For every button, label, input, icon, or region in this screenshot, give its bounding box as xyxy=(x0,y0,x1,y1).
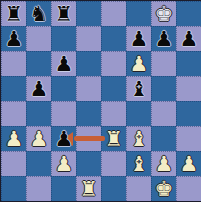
square-e4[interactable] xyxy=(101,101,126,126)
piece-white-pawn[interactable]: ♟ xyxy=(180,152,199,177)
square-h5[interactable] xyxy=(176,76,201,101)
square-d1[interactable]: ♜ xyxy=(76,176,101,201)
square-c3[interactable]: ♟ xyxy=(51,126,76,151)
piece-black-pawn[interactable]: ♟ xyxy=(130,27,149,52)
piece-black-pawn[interactable]: ♟ xyxy=(155,27,174,52)
square-b2[interactable] xyxy=(26,151,51,176)
square-e8[interactable] xyxy=(101,1,126,26)
square-f3[interactable]: ♝ xyxy=(126,126,151,151)
square-h4[interactable] xyxy=(176,101,201,126)
square-f5[interactable]: ♝ xyxy=(126,76,151,101)
square-d3[interactable] xyxy=(76,126,101,151)
square-b7[interactable] xyxy=(26,26,51,51)
square-e2[interactable] xyxy=(101,151,126,176)
piece-white-pawn[interactable]: ♟ xyxy=(130,52,149,77)
piece-white-pawn[interactable]: ♟ xyxy=(55,152,74,177)
square-a6[interactable] xyxy=(1,51,26,76)
square-f1[interactable] xyxy=(126,176,151,201)
square-h3[interactable] xyxy=(176,126,201,151)
square-b6[interactable] xyxy=(26,51,51,76)
square-a3[interactable]: ♟ xyxy=(1,126,26,151)
square-a7[interactable]: ♟ xyxy=(1,26,26,51)
square-g8[interactable]: ♚ xyxy=(151,1,176,26)
square-g2[interactable]: ♟ xyxy=(151,151,176,176)
square-h2[interactable]: ♟ xyxy=(176,151,201,176)
square-g6[interactable] xyxy=(151,51,176,76)
piece-white-pawn[interactable]: ♟ xyxy=(30,127,49,152)
square-c6[interactable]: ♟ xyxy=(51,51,76,76)
chess-app: ♜♞♜♚♟♟♟♟♟♟♟♝♟♟♟♜♝♟♝♟♟♜♚ xyxy=(0,0,201,201)
square-g4[interactable] xyxy=(151,101,176,126)
square-c5[interactable] xyxy=(51,76,76,101)
square-g3[interactable] xyxy=(151,126,176,151)
piece-black-rook[interactable]: ♜ xyxy=(55,2,74,27)
square-c7[interactable] xyxy=(51,26,76,51)
piece-white-bishop[interactable]: ♝ xyxy=(130,152,149,177)
piece-black-pawn[interactable]: ♟ xyxy=(30,77,49,102)
piece-white-pawn[interactable]: ♟ xyxy=(5,127,24,152)
square-b8[interactable]: ♞ xyxy=(26,1,51,26)
square-f4[interactable] xyxy=(126,101,151,126)
piece-black-pawn[interactable]: ♟ xyxy=(180,27,199,52)
square-a8[interactable]: ♜ xyxy=(1,1,26,26)
square-a5[interactable] xyxy=(1,76,26,101)
square-a4[interactable] xyxy=(1,101,26,126)
square-d7[interactable] xyxy=(76,26,101,51)
square-b1[interactable] xyxy=(26,176,51,201)
chess-board: ♜♞♜♚♟♟♟♟♟♟♟♝♟♟♟♜♝♟♝♟♟♜♚ xyxy=(0,0,201,201)
piece-white-bishop[interactable]: ♝ xyxy=(130,127,149,152)
square-b5[interactable]: ♟ xyxy=(26,76,51,101)
piece-black-bishop[interactable]: ♝ xyxy=(130,77,149,102)
piece-black-knight[interactable]: ♞ xyxy=(30,2,49,27)
square-f7[interactable]: ♟ xyxy=(126,26,151,51)
piece-black-rook[interactable]: ♜ xyxy=(5,2,24,27)
square-f8[interactable] xyxy=(126,1,151,26)
piece-white-king[interactable]: ♚ xyxy=(155,177,174,202)
piece-white-rook[interactable]: ♜ xyxy=(80,177,99,202)
piece-black-king[interactable]: ♚ xyxy=(155,2,174,27)
square-h1[interactable] xyxy=(176,176,201,201)
square-d4[interactable] xyxy=(76,101,101,126)
square-e1[interactable] xyxy=(101,176,126,201)
piece-white-rook[interactable]: ♜ xyxy=(105,127,124,152)
piece-black-pawn[interactable]: ♟ xyxy=(55,127,74,152)
square-h8[interactable] xyxy=(176,1,201,26)
square-b3[interactable]: ♟ xyxy=(26,126,51,151)
square-d2[interactable] xyxy=(76,151,101,176)
square-c4[interactable] xyxy=(51,101,76,126)
square-a1[interactable] xyxy=(1,176,26,201)
piece-white-pawn[interactable]: ♟ xyxy=(155,152,174,177)
square-e7[interactable] xyxy=(101,26,126,51)
square-d6[interactable] xyxy=(76,51,101,76)
square-e5[interactable] xyxy=(101,76,126,101)
square-g1[interactable]: ♚ xyxy=(151,176,176,201)
square-f2[interactable]: ♝ xyxy=(126,151,151,176)
square-g5[interactable] xyxy=(151,76,176,101)
square-e6[interactable] xyxy=(101,51,126,76)
square-e3[interactable]: ♜ xyxy=(101,126,126,151)
square-b4[interactable] xyxy=(26,101,51,126)
square-d5[interactable] xyxy=(76,76,101,101)
square-c1[interactable] xyxy=(51,176,76,201)
square-h6[interactable] xyxy=(176,51,201,76)
square-a2[interactable] xyxy=(1,151,26,176)
square-c8[interactable]: ♜ xyxy=(51,1,76,26)
piece-black-pawn[interactable]: ♟ xyxy=(5,27,24,52)
square-h7[interactable]: ♟ xyxy=(176,26,201,51)
square-g7[interactable]: ♟ xyxy=(151,26,176,51)
square-d8[interactable] xyxy=(76,1,101,26)
square-c2[interactable]: ♟ xyxy=(51,151,76,176)
square-f6[interactable]: ♟ xyxy=(126,51,151,76)
piece-black-pawn[interactable]: ♟ xyxy=(55,52,74,77)
